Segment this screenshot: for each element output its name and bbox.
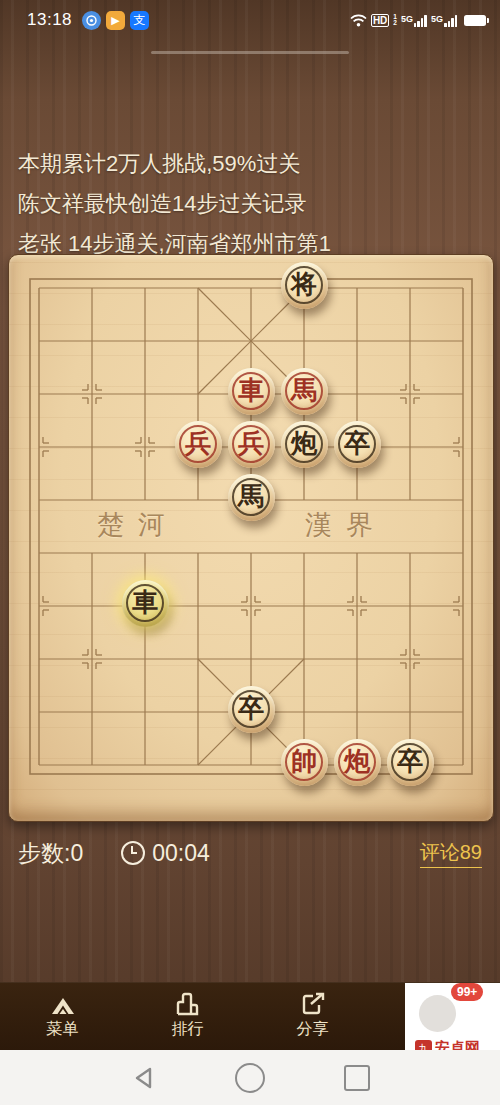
comments-link[interactable]: 评论89 xyxy=(420,839,482,868)
piece-glyph: 将 xyxy=(291,267,317,302)
home-circle-icon xyxy=(235,1063,265,1093)
piece-black-車[interactable]: 車 xyxy=(122,580,169,627)
menu-button[interactable]: 菜单 xyxy=(0,982,125,1050)
piece-glyph: 炮 xyxy=(291,426,317,461)
status-indicators: HD 1 2 5G 5G xyxy=(350,14,486,27)
river-label-chu-he: 楚河 xyxy=(97,507,179,543)
status-bar: 13:18 ▶ 支 HD 1 2 5G 5G xyxy=(0,0,500,40)
menu-label: 菜单 xyxy=(47,1019,79,1040)
piece-glyph: 炮 xyxy=(344,744,370,779)
move-counter: 步数:0 xyxy=(18,838,83,869)
piece-glyph: 車 xyxy=(238,373,264,408)
xiangqi-board[interactable]: 楚河 漢界 将車馬兵兵炮卒馬車卒帥炮卒 xyxy=(8,254,494,822)
alipay-app-icon: 支 xyxy=(130,11,149,30)
ranking-label: 排行 xyxy=(172,1019,204,1040)
android-nav-bar xyxy=(0,1050,500,1105)
recents-button[interactable] xyxy=(340,1061,374,1095)
dual-sim-indicator: 1 2 xyxy=(393,14,397,27)
share-label: 分享 xyxy=(297,1019,329,1040)
piece-red-兵[interactable]: 兵 xyxy=(175,421,222,468)
river-label-han-jie: 漢界 xyxy=(305,507,387,543)
piece-glyph: 車 xyxy=(132,585,158,620)
network-type-2: 5G xyxy=(431,14,443,24)
browser-app-icon xyxy=(82,11,101,30)
challenge-stats-line: 本期累计2万人挑战,59%过关 xyxy=(18,144,490,184)
recents-square-icon xyxy=(344,1065,370,1091)
menu-mountain-icon xyxy=(48,992,78,1016)
sim2-label: 2 xyxy=(393,20,397,27)
piece-black-卒[interactable]: 卒 xyxy=(387,739,434,786)
piece-black-炮[interactable]: 炮 xyxy=(281,421,328,468)
share-icon xyxy=(299,992,327,1016)
video-app-icon: ▶ xyxy=(106,11,125,30)
game-stats-bar: 步数:0 00:04 评论89 xyxy=(0,836,500,870)
challenge-info: 本期累计2万人挑战,59%过关 陈文祥最快创造14步过关记录 老张 14步通关,… xyxy=(18,144,490,264)
piece-black-将[interactable]: 将 xyxy=(281,262,328,309)
piece-glyph: 卒 xyxy=(344,426,370,461)
piece-black-卒[interactable]: 卒 xyxy=(228,686,275,733)
signal-sim2: 5G xyxy=(431,14,457,27)
timer-icon xyxy=(121,841,145,865)
piece-red-兵[interactable]: 兵 xyxy=(228,421,275,468)
hd-badge: HD xyxy=(371,14,389,27)
piece-black-卒[interactable]: 卒 xyxy=(334,421,381,468)
board-grid-lines xyxy=(9,255,493,821)
avatar[interactable] xyxy=(419,995,456,1032)
share-button[interactable]: 分享 xyxy=(250,982,375,1050)
piece-red-炮[interactable]: 炮 xyxy=(334,739,381,786)
piece-glyph: 兵 xyxy=(185,426,211,461)
piece-red-車[interactable]: 車 xyxy=(228,368,275,415)
piece-black-馬[interactable]: 馬 xyxy=(228,474,275,521)
wifi-icon xyxy=(350,14,367,27)
piece-glyph: 卒 xyxy=(397,744,423,779)
notification-badge: 99+ xyxy=(451,983,483,1001)
signal-bars-icon xyxy=(414,15,427,27)
piece-glyph: 馬 xyxy=(238,479,264,514)
piece-glyph: 帥 xyxy=(291,744,317,779)
notification-icons: ▶ 支 xyxy=(82,11,149,30)
piece-red-帥[interactable]: 帥 xyxy=(281,739,328,786)
network-type-1: 5G xyxy=(401,14,413,24)
battery-icon xyxy=(464,15,486,26)
move-counter-value: 0 xyxy=(70,840,83,866)
timer-value: 00:04 xyxy=(152,840,210,867)
signal-sim1: 5G xyxy=(401,14,427,27)
record-holder-line: 陈文祥最快创造14步过关记录 xyxy=(18,184,490,224)
back-triangle-icon xyxy=(132,1066,154,1090)
home-button[interactable] xyxy=(233,1061,267,1095)
piece-glyph: 兵 xyxy=(238,426,264,461)
bar-chart-icon xyxy=(174,992,202,1016)
piece-red-馬[interactable]: 馬 xyxy=(281,368,328,415)
camera-notch-bar xyxy=(151,51,349,54)
piece-glyph: 卒 xyxy=(238,691,264,726)
clock-time: 13:18 xyxy=(27,10,72,30)
move-counter-label: 步数: xyxy=(18,840,70,866)
signal-bars-icon-2 xyxy=(444,15,457,27)
compass-glyph xyxy=(86,15,97,26)
back-button[interactable] xyxy=(126,1061,160,1095)
piece-glyph: 馬 xyxy=(291,373,317,408)
ranking-button[interactable]: 排行 xyxy=(125,982,250,1050)
